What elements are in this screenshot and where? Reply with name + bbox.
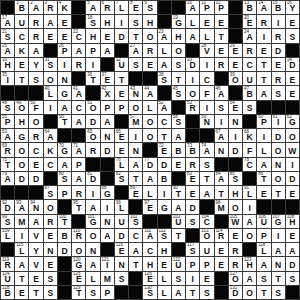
cell-r10c9[interactable]: 66E xyxy=(115,129,128,142)
cell-r18c15[interactable]: U xyxy=(200,243,213,256)
cell-r3c4[interactable]: E xyxy=(44,29,57,42)
cell-r7c21[interactable]: E xyxy=(286,86,299,99)
cell-r10c4[interactable]: 64A xyxy=(44,129,57,142)
cell-r14c7[interactable]: I xyxy=(86,186,99,199)
cell-r11c17[interactable]: D xyxy=(229,143,242,156)
cell-r19c9[interactable]: N xyxy=(115,257,128,270)
cell-r7c15[interactable]: F xyxy=(200,86,213,99)
cell-r21c15[interactable]: S xyxy=(200,286,213,299)
cell-r14c14[interactable]: E xyxy=(186,186,199,199)
cell-r2c4[interactable]: A xyxy=(44,15,57,28)
cell-r3c1[interactable]: 21S xyxy=(1,29,14,42)
cell-r19c20[interactable]: N xyxy=(272,257,285,270)
cell-r15c2[interactable]: 93A xyxy=(15,200,28,213)
cell-r12c3[interactable]: E xyxy=(29,158,42,171)
cell-r1c8[interactable]: 6R xyxy=(101,1,114,14)
cell-r16c20[interactable]: 107G xyxy=(272,215,285,228)
cell-r14c16[interactable]: T xyxy=(215,186,228,199)
cell-r20c17[interactable]: 127O xyxy=(229,272,242,285)
cell-r18c6[interactable]: O xyxy=(72,243,85,256)
cell-r7c14[interactable]: O xyxy=(186,86,199,99)
cell-r21c17[interactable]: 131D xyxy=(229,286,242,299)
cell-r1c21[interactable]: 16Y xyxy=(286,1,299,14)
cell-r9c7[interactable]: D xyxy=(86,115,99,128)
cell-r12c10[interactable]: A xyxy=(129,158,142,171)
cell-r19c6[interactable]: 120G xyxy=(72,257,85,270)
cell-r4c1[interactable]: 25A xyxy=(1,44,14,57)
cell-r17c4[interactable]: E xyxy=(44,229,57,242)
cell-r3c10[interactable]: T xyxy=(129,29,142,42)
cell-r15c11[interactable]: 97E xyxy=(143,200,156,213)
cell-r8c2[interactable]: 49O xyxy=(15,101,28,114)
cell-r19c4[interactable]: E xyxy=(44,257,57,270)
cell-r11c10[interactable]: N xyxy=(129,143,142,156)
cell-r4c16[interactable]: E xyxy=(215,44,228,57)
cell-r16c21[interactable]: 108H xyxy=(286,215,299,228)
cell-r15c14[interactable]: D xyxy=(186,200,199,213)
cell-r2c2[interactable]: U xyxy=(15,15,28,28)
cell-r12c6[interactable]: P xyxy=(72,158,85,171)
cell-r18c20[interactable]: A xyxy=(272,243,285,256)
cell-r11c5[interactable]: 70G xyxy=(58,143,71,156)
cell-r17c19[interactable]: P xyxy=(257,229,270,242)
cell-r10c10[interactable]: I xyxy=(129,129,142,142)
cell-r12c11[interactable]: 77D xyxy=(143,158,156,171)
cell-r2c13[interactable]: 19G xyxy=(172,15,185,28)
cell-r8c18[interactable]: S xyxy=(243,101,256,114)
cell-r6c9[interactable]: T xyxy=(115,72,128,85)
cell-r16c5[interactable]: 100T xyxy=(58,215,71,228)
cell-r8c12[interactable]: 52A xyxy=(158,101,171,114)
cell-r15c17[interactable]: O xyxy=(229,200,242,213)
cell-r21c2[interactable]: E xyxy=(15,286,28,299)
cell-r17c9[interactable]: D xyxy=(115,229,128,242)
cell-r1c14[interactable]: 10A xyxy=(186,1,199,14)
cell-r4c3[interactable]: A xyxy=(29,44,42,57)
cell-r14c6[interactable]: R xyxy=(72,186,85,199)
cell-r11c13[interactable]: B xyxy=(172,143,185,156)
cell-r9c20[interactable]: 61I xyxy=(272,115,285,128)
cell-r15c16[interactable]: 98M xyxy=(215,200,228,213)
cell-r13c10[interactable]: T xyxy=(129,172,142,185)
cell-r10c12[interactable]: T xyxy=(158,129,171,142)
cell-r5c2[interactable]: E xyxy=(15,58,28,71)
cell-r2c16[interactable]: E xyxy=(215,15,228,28)
cell-r14c21[interactable]: E xyxy=(286,186,299,199)
cell-r18c17[interactable]: R xyxy=(229,243,242,256)
cell-r11c20[interactable]: O xyxy=(272,143,285,156)
cell-r14c17[interactable]: H xyxy=(229,186,242,199)
cell-r20c15[interactable]: E xyxy=(200,272,213,285)
cell-r1c16[interactable]: 12P xyxy=(215,1,228,14)
cell-r13c2[interactable]: D xyxy=(15,172,28,185)
cell-r16c4[interactable]: R xyxy=(44,215,57,228)
cell-r2c20[interactable]: I xyxy=(272,15,285,28)
cell-r17c15[interactable]: 113O xyxy=(200,229,213,242)
cell-r13c14[interactable]: 83E xyxy=(186,172,199,185)
cell-r19c12[interactable]: E xyxy=(158,257,171,270)
cell-r2c14[interactable]: L xyxy=(186,15,199,28)
cell-r12c12[interactable]: D xyxy=(158,158,171,171)
cell-r21c13[interactable]: A xyxy=(172,286,185,299)
cell-r4c18[interactable]: R xyxy=(243,44,256,57)
cell-r5c14[interactable]: 33D xyxy=(186,58,199,71)
cell-r10c16[interactable]: 67A xyxy=(215,129,228,142)
cell-r12c1[interactable]: 75T xyxy=(1,158,14,171)
cell-r9c3[interactable]: O xyxy=(29,115,42,128)
cell-r5c20[interactable]: E xyxy=(272,58,285,71)
cell-r6c14[interactable]: I xyxy=(186,72,199,85)
cell-r17c13[interactable]: T xyxy=(172,229,185,242)
cell-r3c13[interactable]: H xyxy=(172,29,185,42)
cell-r13c6[interactable]: A xyxy=(72,172,85,185)
cell-r9c8[interactable]: A xyxy=(101,115,114,128)
cell-r18c12[interactable]: H xyxy=(158,243,171,256)
cell-r3c7[interactable]: H xyxy=(86,29,99,42)
cell-r20c21[interactable]: S xyxy=(286,272,299,285)
cell-r4c7[interactable]: P xyxy=(86,44,99,57)
cell-r5c9[interactable]: 32U xyxy=(115,58,128,71)
cell-r13c7[interactable]: 81D xyxy=(86,172,99,185)
cell-r9c16[interactable]: I xyxy=(215,115,228,128)
cell-r6c8[interactable]: 37E xyxy=(101,72,114,85)
cell-r11c16[interactable]: N xyxy=(215,143,228,156)
cell-r8c16[interactable]: S xyxy=(215,101,228,114)
cell-r5c16[interactable]: R xyxy=(215,58,228,71)
cell-r20c6[interactable]: 125E xyxy=(72,272,85,285)
cell-r19c19[interactable]: A xyxy=(257,257,270,270)
cell-r14c15[interactable]: A xyxy=(200,186,213,199)
cell-r8c11[interactable]: L xyxy=(143,101,156,114)
cell-r20c14[interactable]: I xyxy=(186,272,199,285)
cell-r8c17[interactable]: 54E xyxy=(229,101,242,114)
cell-r10c20[interactable]: D xyxy=(272,129,285,142)
cell-r14c18[interactable]: 91L xyxy=(243,186,256,199)
cell-r16c10[interactable]: 102S xyxy=(129,215,142,228)
cell-r17c3[interactable]: V xyxy=(29,229,42,242)
cell-r18c4[interactable]: N xyxy=(44,243,57,256)
cell-r6c20[interactable]: R xyxy=(272,72,285,85)
cell-r16c9[interactable]: U xyxy=(115,215,128,228)
cell-r11c1[interactable]: 69R xyxy=(1,143,14,156)
cell-r5c18[interactable]: C xyxy=(243,58,256,71)
cell-r16c15[interactable]: 104C xyxy=(200,215,213,228)
cell-r7c20[interactable]: S xyxy=(272,86,285,99)
cell-r14c10[interactable]: 89E xyxy=(129,186,142,199)
cell-r9c15[interactable]: 59N xyxy=(200,115,213,128)
cell-r1c18[interactable]: 13B xyxy=(243,1,256,14)
cell-r15c3[interactable]: 94N xyxy=(29,200,42,213)
cell-r18c3[interactable]: Y xyxy=(29,243,42,256)
cell-r18c7[interactable]: N xyxy=(86,243,99,256)
cell-r21c14[interactable]: T xyxy=(186,286,199,299)
cell-r14c11[interactable]: L xyxy=(143,186,156,199)
cell-r21c8[interactable]: P xyxy=(101,286,114,299)
cell-r9c1[interactable]: 55P xyxy=(1,115,14,128)
cell-r5c3[interactable]: Y xyxy=(29,58,42,71)
cell-r20c7[interactable]: L xyxy=(86,272,99,285)
cell-r12c14[interactable]: R xyxy=(186,158,199,171)
cell-r6c18[interactable]: U xyxy=(243,72,256,85)
cell-r20c9[interactable]: S xyxy=(115,272,128,285)
cell-r3c19[interactable]: I xyxy=(257,29,270,42)
cell-r12c2[interactable]: O xyxy=(15,158,28,171)
cell-r7c13[interactable]: 45S xyxy=(172,86,185,99)
cell-r13c12[interactable]: B xyxy=(158,172,171,185)
cell-r5c1[interactable]: 30H xyxy=(1,58,14,71)
cell-r14c12[interactable]: I xyxy=(158,186,171,199)
cell-r17c2[interactable]: I xyxy=(15,229,28,242)
cell-r10c3[interactable]: R xyxy=(29,129,42,142)
cell-r11c7[interactable]: R xyxy=(86,143,99,156)
cell-r17c8[interactable]: A xyxy=(101,229,114,242)
cell-r17c10[interactable]: C xyxy=(129,229,142,242)
cell-r17c17[interactable]: E xyxy=(229,229,242,242)
cell-r21c18[interactable]: O xyxy=(243,286,256,299)
cell-r4c5[interactable]: 26P xyxy=(58,44,71,57)
cell-r6c4[interactable]: O xyxy=(44,72,57,85)
cell-r9c21[interactable]: 62G xyxy=(286,115,299,128)
cell-r20c4[interactable]: S xyxy=(44,272,57,285)
cell-r2c3[interactable]: R xyxy=(29,15,42,28)
cell-r8c1[interactable]: 48S xyxy=(1,101,14,114)
cell-r19c14[interactable]: P xyxy=(186,257,199,270)
cell-r15c12[interactable]: G xyxy=(158,200,171,213)
cell-r20c3[interactable]: E xyxy=(29,272,42,285)
cell-r13c3[interactable]: D xyxy=(29,172,42,185)
cell-r20c12[interactable]: L xyxy=(158,272,171,285)
cell-r18c14[interactable]: 117S xyxy=(186,243,199,256)
cell-r15c13[interactable]: A xyxy=(172,200,185,213)
cell-r10c1[interactable]: 63A xyxy=(1,129,14,142)
cell-r17c6[interactable]: 110R xyxy=(72,229,85,242)
cell-r17c21[interactable]: E xyxy=(286,229,299,242)
cell-r19c18[interactable]: 123H xyxy=(243,257,256,270)
cell-r21c3[interactable]: T xyxy=(29,286,42,299)
cell-r14c4[interactable]: 87S xyxy=(44,186,57,199)
cell-r16c13[interactable]: 103U xyxy=(172,215,185,228)
cell-r17c12[interactable]: 112S xyxy=(158,229,171,242)
cell-r8c14[interactable]: 53R xyxy=(186,101,199,114)
cell-r7c8[interactable]: 42X xyxy=(101,86,114,99)
cell-r18c10[interactable]: A xyxy=(129,243,142,256)
cell-r13c20[interactable]: O xyxy=(272,172,285,185)
cell-r1c3[interactable]: 2A xyxy=(29,1,42,14)
cell-r12c21[interactable]: I xyxy=(286,158,299,171)
cell-r21c11[interactable]: 130S xyxy=(143,286,156,299)
cell-r16c19[interactable]: 106U xyxy=(257,215,270,228)
cell-r5c11[interactable]: E xyxy=(143,58,156,71)
cell-r2c8[interactable]: H xyxy=(101,15,114,28)
cell-r7c5[interactable]: G xyxy=(58,86,71,99)
cell-r2c7[interactable]: 18S xyxy=(86,15,99,28)
cell-r12c5[interactable]: A xyxy=(58,158,71,171)
cell-r9c19[interactable]: 60P xyxy=(257,115,270,128)
cell-r12c18[interactable]: 78C xyxy=(243,158,256,171)
cell-r2c21[interactable]: E xyxy=(286,15,299,28)
cell-r17c5[interactable]: B xyxy=(58,229,71,242)
cell-r21c7[interactable]: S xyxy=(86,286,99,299)
cell-r13c16[interactable]: 84A xyxy=(215,172,228,185)
cell-r17c7[interactable]: O xyxy=(86,229,99,242)
cell-r12c19[interactable]: A xyxy=(257,158,270,171)
cell-r14c19[interactable]: E xyxy=(257,186,270,199)
cell-r18c9[interactable]: 116E xyxy=(115,243,128,256)
cell-r7c18[interactable]: 47B xyxy=(243,86,256,99)
cell-r2c9[interactable]: I xyxy=(115,15,128,28)
cell-r6c7[interactable]: 36T xyxy=(86,72,99,85)
cell-r9c5[interactable]: 56T xyxy=(58,115,71,128)
cell-r4c20[interactable]: D xyxy=(272,44,285,57)
cell-r10c17[interactable]: I xyxy=(229,129,242,142)
cell-r1c9[interactable]: 7L xyxy=(115,1,128,14)
cell-r21c4[interactable]: S xyxy=(44,286,57,299)
cell-r17c16[interactable]: 114R xyxy=(215,229,228,242)
cell-r10c13[interactable]: A xyxy=(172,129,185,142)
cell-r17c11[interactable]: 111A xyxy=(143,229,156,242)
cell-r11c19[interactable]: L xyxy=(257,143,270,156)
cell-r16c7[interactable]: 101G xyxy=(86,215,99,228)
cell-r2c15[interactable]: E xyxy=(200,15,213,28)
cell-r8c15[interactable]: I xyxy=(200,101,213,114)
cell-r1c20[interactable]: 15B xyxy=(272,1,285,14)
cell-r16c18[interactable]: A xyxy=(243,215,256,228)
cell-r1c15[interactable]: 11P xyxy=(200,1,213,14)
cell-r12c9[interactable]: 76L xyxy=(115,158,128,171)
cell-r10c18[interactable]: 68K xyxy=(243,129,256,142)
cell-r11c2[interactable]: O xyxy=(15,143,28,156)
cell-r11c8[interactable]: D xyxy=(101,143,114,156)
cell-r17c1[interactable]: 109L xyxy=(1,229,14,242)
cell-r11c15[interactable]: 74A xyxy=(200,143,213,156)
cell-r6c12[interactable]: 38S xyxy=(158,72,171,85)
cell-r6c13[interactable]: T xyxy=(172,72,185,85)
cell-r6c1[interactable]: 35I xyxy=(1,72,14,85)
cell-r7c4[interactable]: 40L xyxy=(44,86,57,99)
cell-r5c15[interactable]: I xyxy=(200,58,213,71)
cell-r1c19[interactable]: 14A xyxy=(257,1,270,14)
cell-r6c19[interactable]: T xyxy=(257,72,270,85)
cell-r18c21[interactable]: A xyxy=(286,243,299,256)
cell-r21c20[interactable]: S xyxy=(272,286,285,299)
cell-r16c8[interactable]: N xyxy=(101,215,114,228)
cell-r13c17[interactable]: 85S xyxy=(229,172,242,185)
cell-r9c6[interactable]: A xyxy=(72,115,85,128)
cell-r4c15[interactable]: 28V xyxy=(200,44,213,57)
cell-r20c1[interactable]: 124U xyxy=(1,272,14,285)
cell-r18c19[interactable]: 118L xyxy=(257,243,270,256)
cell-r12c15[interactable]: S xyxy=(200,158,213,171)
cell-r6c3[interactable]: S xyxy=(29,72,42,85)
cell-r9c2[interactable]: H xyxy=(15,115,28,128)
cell-r20c11[interactable]: 126E xyxy=(143,272,156,285)
cell-r8c4[interactable]: I xyxy=(44,101,57,114)
cell-r6c15[interactable]: C xyxy=(200,72,213,85)
cell-r9c13[interactable]: 58S xyxy=(172,115,185,128)
cell-r3c14[interactable]: A xyxy=(186,29,199,42)
cell-r16c2[interactable]: M xyxy=(15,215,28,228)
cell-r7c10[interactable]: 43N xyxy=(129,86,142,99)
cell-r16c14[interactable]: S xyxy=(186,215,199,228)
cell-r8c9[interactable]: P xyxy=(115,101,128,114)
cell-r16c3[interactable]: A xyxy=(29,215,42,228)
cell-r1c5[interactable]: 4K xyxy=(58,1,71,14)
cell-r20c13[interactable]: S xyxy=(172,272,185,285)
cell-r14c5[interactable]: P xyxy=(58,186,71,199)
cell-r3c5[interactable]: E xyxy=(58,29,71,42)
cell-r5c7[interactable]: I xyxy=(86,58,99,71)
cell-r3c11[interactable]: O xyxy=(143,29,156,42)
cell-r15c1[interactable]: 92D xyxy=(1,200,14,213)
cell-r13c21[interactable]: D xyxy=(286,172,299,185)
cell-r14c8[interactable]: 88G xyxy=(101,186,114,199)
cell-r20c2[interactable]: T xyxy=(15,272,28,285)
cell-r18c11[interactable]: C xyxy=(143,243,156,256)
cell-r11c18[interactable]: F xyxy=(243,143,256,156)
cell-r1c11[interactable]: 9S xyxy=(143,1,156,14)
cell-r10c2[interactable]: G xyxy=(15,129,28,142)
cell-r16c17[interactable]: 105W xyxy=(229,215,242,228)
cell-r2c1[interactable]: 17A xyxy=(1,15,14,28)
cell-r19c8[interactable]: 121I xyxy=(101,257,114,270)
cell-r17c20[interactable]: I xyxy=(272,229,285,242)
cell-r7c6[interactable]: 41A xyxy=(72,86,85,99)
cell-r3c21[interactable]: S xyxy=(286,29,299,42)
cell-r5c6[interactable]: R xyxy=(72,58,85,71)
cell-r3c15[interactable]: L xyxy=(200,29,213,42)
cell-r5c4[interactable]: 31S xyxy=(44,58,57,71)
cell-r6c21[interactable]: E xyxy=(286,72,299,85)
cell-r9c11[interactable]: O xyxy=(143,115,156,128)
cell-r19c21[interactable]: D xyxy=(286,257,299,270)
cell-r18c2[interactable]: 115L xyxy=(15,243,28,256)
cell-r19c7[interactable]: A xyxy=(86,257,99,270)
cell-r18c16[interactable]: E xyxy=(215,243,228,256)
cell-r18c5[interactable]: D xyxy=(58,243,71,256)
cell-r17c18[interactable]: O xyxy=(243,229,256,242)
cell-r3c3[interactable]: R xyxy=(29,29,42,42)
cell-r5c12[interactable]: A xyxy=(158,58,171,71)
cell-r2c18[interactable]: 20E xyxy=(243,15,256,28)
cell-r4c19[interactable]: E xyxy=(257,44,270,57)
cell-r20c20[interactable]: T xyxy=(272,272,285,285)
cell-r3c6[interactable]: 22C xyxy=(72,29,85,42)
cell-r10c11[interactable]: O xyxy=(143,129,156,142)
cell-r4c2[interactable]: K xyxy=(15,44,28,57)
cell-r12c4[interactable]: C xyxy=(44,158,57,171)
cell-r19c15[interactable]: P xyxy=(200,257,213,270)
cell-r13c11[interactable]: A xyxy=(143,172,156,185)
cell-r13c19[interactable]: 86T xyxy=(257,172,270,185)
cell-r3c2[interactable]: C xyxy=(15,29,28,42)
cell-r3c12[interactable]: 23A xyxy=(158,29,171,42)
cell-r15c7[interactable]: A xyxy=(86,200,99,213)
cell-r7c16[interactable]: 46A xyxy=(215,86,228,99)
cell-r13c15[interactable]: T xyxy=(200,172,213,185)
cell-r4c6[interactable]: A xyxy=(72,44,85,57)
cell-r3c9[interactable]: D xyxy=(115,29,128,42)
cell-r3c16[interactable]: T xyxy=(215,29,228,42)
cell-r14c13[interactable]: 90T xyxy=(172,186,185,199)
cell-r6c17[interactable]: 39O xyxy=(229,72,242,85)
cell-r5c13[interactable]: S xyxy=(172,58,185,71)
cell-r19c10[interactable]: T xyxy=(129,257,142,270)
cell-r11c9[interactable]: E xyxy=(115,143,128,156)
cell-r19c1[interactable]: 119R xyxy=(1,257,14,270)
cell-r19c13[interactable]: 122U xyxy=(172,257,185,270)
cell-r19c17[interactable]: R xyxy=(229,257,242,270)
cell-r12c13[interactable]: E xyxy=(172,158,185,171)
